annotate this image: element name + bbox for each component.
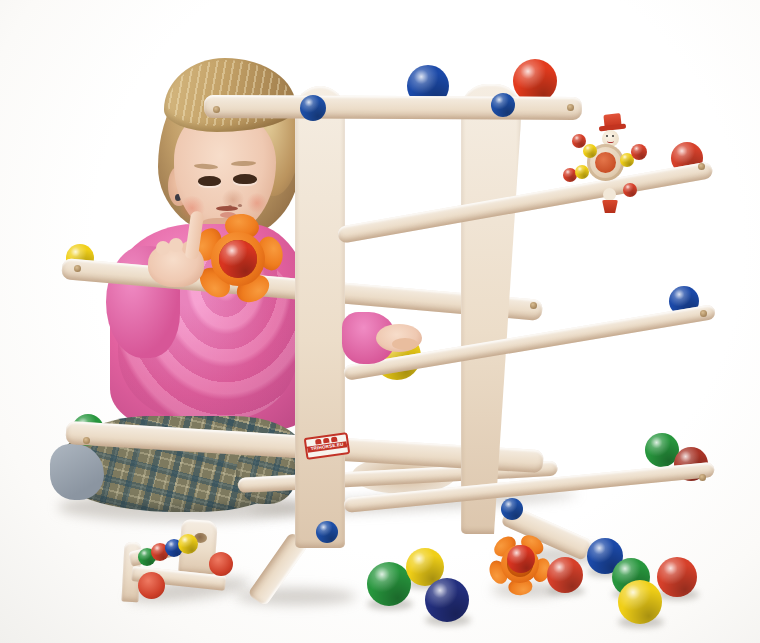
screw-icon-2 xyxy=(567,104,574,111)
clown-bead-yellow-3 xyxy=(575,165,589,179)
star-floor-red-core xyxy=(507,545,535,573)
photo-scene: TRIHORSE.EU xyxy=(0,0,760,643)
clown-lower-head xyxy=(603,188,616,201)
child-eye-left xyxy=(198,176,221,186)
clown-disc-core xyxy=(595,152,616,173)
child-mouth xyxy=(216,206,238,211)
screw-icon-1 xyxy=(213,106,220,113)
child-left-knuckles xyxy=(156,241,170,255)
child-eye-right xyxy=(233,174,257,184)
car-bead-yellow xyxy=(178,534,198,554)
knob-right-bottom xyxy=(501,498,523,520)
ball-floor-green-1 xyxy=(367,562,411,606)
knob-right-top xyxy=(491,93,515,117)
screw-icon-7 xyxy=(83,437,90,444)
ball-floor-red-2 xyxy=(657,557,697,597)
clown-bead-red-4 xyxy=(623,183,637,197)
clown-runner xyxy=(558,108,648,220)
ball-floor-navy xyxy=(425,578,469,622)
frame-left-post xyxy=(295,86,345,548)
clown-foot-cup xyxy=(602,200,618,213)
knob-left-bottom xyxy=(316,521,338,543)
car-wheel-front xyxy=(209,552,233,576)
child-cheek-right xyxy=(246,193,268,213)
screw-icon-8 xyxy=(699,474,706,481)
knob-left-top xyxy=(300,95,326,121)
car-wheel-rear xyxy=(138,572,165,599)
child-nose xyxy=(222,188,244,208)
clown-bead-yellow-1 xyxy=(583,144,597,158)
screw-icon-6 xyxy=(700,310,707,317)
child-right-fingers xyxy=(392,338,418,350)
track-top xyxy=(204,95,582,120)
toy-car xyxy=(118,514,240,608)
ball-floor-yellow-2 xyxy=(618,580,662,624)
screw-icon-5 xyxy=(530,302,537,309)
screw-icon-4 xyxy=(74,265,81,272)
star-held-red-core xyxy=(219,240,257,278)
clown-bead-red-2 xyxy=(631,144,647,160)
ball-floor-red-1 xyxy=(547,557,583,593)
screw-icon-3 xyxy=(698,163,705,170)
